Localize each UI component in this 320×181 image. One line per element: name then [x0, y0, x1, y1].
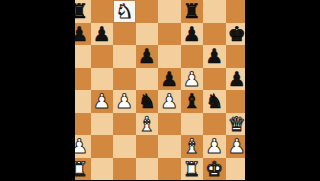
square-b5[interactable] — [91, 68, 114, 91]
square-b7[interactable]: ♟ — [91, 23, 114, 46]
black-rook[interactable]: ♜ — [183, 0, 201, 22]
square-c5[interactable] — [113, 68, 136, 91]
square-f7[interactable]: ♟ — [181, 23, 204, 46]
square-g7[interactable] — [203, 23, 226, 46]
letterbox-right — [245, 0, 320, 180]
square-d4[interactable]: ♞ — [136, 90, 159, 113]
square-g4[interactable]: ♞ — [203, 90, 226, 113]
video-frame: ♜♞♜♟♟♟♚♟♟♟♟♟♟♟♞♟♝♞♝♛♟♝♟♟♜♜♚ — [0, 0, 320, 180]
white-pawn[interactable]: ♟ — [205, 135, 223, 158]
white-pawn[interactable]: ♟ — [183, 67, 201, 90]
square-f5[interactable]: ♟ — [181, 68, 204, 91]
square-c4[interactable]: ♟ — [113, 90, 136, 113]
square-d5[interactable] — [136, 68, 159, 91]
square-b4[interactable]: ♟ — [91, 90, 114, 113]
square-g6[interactable]: ♟ — [203, 45, 226, 68]
square-f6[interactable] — [181, 45, 204, 68]
square-g3[interactable] — [203, 113, 226, 136]
square-e2[interactable] — [158, 135, 181, 158]
square-e6[interactable] — [158, 45, 181, 68]
chess-board[interactable]: ♜♞♜♟♟♟♚♟♟♟♟♟♟♟♞♟♝♞♝♛♟♝♟♟♜♜♚ — [68, 0, 248, 180]
square-d6[interactable]: ♟ — [136, 45, 159, 68]
white-pawn[interactable]: ♟ — [93, 90, 111, 113]
white-queen[interactable]: ♛ — [228, 112, 246, 135]
black-knight[interactable]: ♞ — [138, 90, 156, 113]
square-c1[interactable] — [113, 158, 136, 181]
square-b3[interactable] — [91, 113, 114, 136]
square-f2[interactable]: ♝ — [181, 135, 204, 158]
black-king[interactable]: ♚ — [228, 22, 246, 45]
black-pawn[interactable]: ♟ — [228, 67, 246, 90]
square-g1[interactable]: ♚ — [203, 158, 226, 181]
square-g2[interactable]: ♟ — [203, 135, 226, 158]
letterbox-left — [0, 0, 75, 180]
square-b6[interactable] — [91, 45, 114, 68]
square-b1[interactable] — [91, 158, 114, 181]
square-c3[interactable] — [113, 113, 136, 136]
square-d1[interactable] — [136, 158, 159, 181]
black-bishop[interactable]: ♝ — [183, 90, 201, 113]
square-c8[interactable]: ♞ — [113, 0, 136, 23]
black-pawn[interactable]: ♟ — [160, 67, 178, 90]
square-c2[interactable] — [113, 135, 136, 158]
square-b2[interactable] — [91, 135, 114, 158]
white-rook[interactable]: ♜ — [183, 157, 201, 180]
square-b8[interactable] — [91, 0, 114, 23]
black-pawn[interactable]: ♟ — [205, 45, 223, 68]
black-pawn[interactable]: ♟ — [93, 22, 111, 45]
square-c7[interactable] — [113, 23, 136, 46]
white-pawn[interactable]: ♟ — [115, 90, 133, 113]
white-pawn[interactable]: ♟ — [228, 135, 246, 158]
square-e8[interactable] — [158, 0, 181, 23]
square-e5[interactable]: ♟ — [158, 68, 181, 91]
square-e4[interactable]: ♟ — [158, 90, 181, 113]
square-f3[interactable] — [181, 113, 204, 136]
white-knight[interactable]: ♞ — [115, 0, 133, 22]
square-g5[interactable] — [203, 68, 226, 91]
square-f1[interactable]: ♜ — [181, 158, 204, 181]
white-bishop[interactable]: ♝ — [183, 135, 201, 158]
white-pawn[interactable]: ♟ — [160, 90, 178, 113]
square-f8[interactable]: ♜ — [181, 0, 204, 23]
square-d8[interactable] — [136, 0, 159, 23]
square-e1[interactable] — [158, 158, 181, 181]
black-knight[interactable]: ♞ — [205, 90, 223, 113]
square-e7[interactable] — [158, 23, 181, 46]
square-g8[interactable] — [203, 0, 226, 23]
square-e3[interactable] — [158, 113, 181, 136]
white-bishop[interactable]: ♝ — [138, 112, 156, 135]
black-pawn[interactable]: ♟ — [183, 22, 201, 45]
square-d7[interactable] — [136, 23, 159, 46]
square-d2[interactable] — [136, 135, 159, 158]
white-king[interactable]: ♚ — [205, 157, 223, 180]
black-pawn[interactable]: ♟ — [138, 45, 156, 68]
square-f4[interactable]: ♝ — [181, 90, 204, 113]
square-d3[interactable]: ♝ — [136, 113, 159, 136]
square-c6[interactable] — [113, 45, 136, 68]
